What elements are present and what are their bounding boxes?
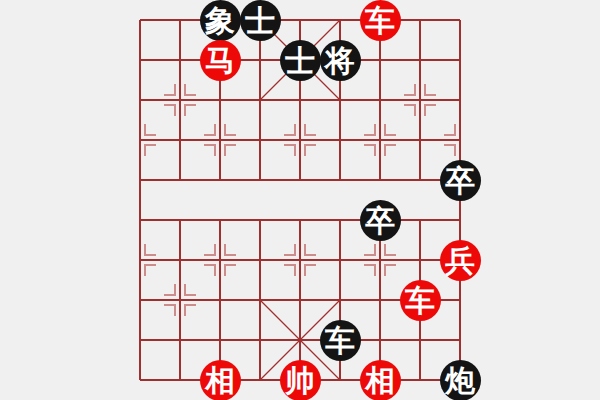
piece-black-general[interactable]: 将	[320, 40, 361, 81]
piece-red-elephant[interactable]: 相	[200, 360, 241, 400]
piece-black-cannon[interactable]: 炮	[440, 360, 481, 400]
piece-black-advisor[interactable]: 士	[240, 0, 281, 41]
piece-black-soldier[interactable]: 卒	[360, 200, 401, 241]
piece-black-elephant[interactable]: 象	[200, 0, 241, 41]
xiangqi-app: 象士车马士将卒卒兵车车相帅相炮	[0, 0, 600, 400]
pieces-layer: 象士车马士将卒卒兵车车相帅相炮	[0, 0, 600, 400]
piece-red-chariot[interactable]: 车	[360, 0, 401, 41]
piece-black-chariot[interactable]: 车	[320, 320, 361, 361]
piece-red-horse[interactable]: 马	[200, 40, 241, 81]
piece-red-elephant[interactable]: 相	[360, 360, 401, 400]
piece-black-soldier[interactable]: 卒	[440, 160, 481, 201]
piece-red-general[interactable]: 帅	[280, 360, 321, 400]
piece-black-advisor[interactable]: 士	[280, 40, 321, 81]
piece-red-soldier[interactable]: 兵	[440, 240, 481, 281]
piece-red-chariot[interactable]: 车	[400, 280, 441, 321]
